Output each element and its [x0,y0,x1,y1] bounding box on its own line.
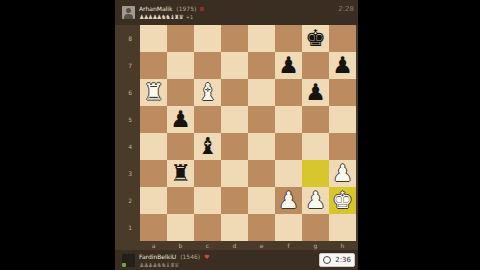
square-d1[interactable] [221,214,248,241]
square-e5[interactable] [248,106,275,133]
file-label-e: e [248,241,275,250]
file-label-h: h [329,241,356,250]
piece-black-P-h7[interactable]: ♟ [329,52,356,79]
square-f2[interactable]: ♟ [275,187,302,214]
rank-label-8: 8 [115,25,137,52]
board: ♚♟♟♜♝♟♟♝♜♟♟♟♚ [140,25,356,241]
file-label-c: c [194,241,221,250]
file-label-g: g [302,241,329,250]
square-a6[interactable]: ♜ [140,79,167,106]
square-f6[interactable] [275,79,302,106]
square-e4[interactable] [248,133,275,160]
top-player-avatar[interactable] [122,6,135,19]
material-advantage: +1 [186,14,193,20]
piece-black-P-f7[interactable]: ♟ [275,52,302,79]
square-g2[interactable]: ♟ [302,187,329,214]
square-b3[interactable]: ♜ [167,160,194,187]
square-h5[interactable] [329,106,356,133]
square-g5[interactable] [302,106,329,133]
file-label-b: b [167,241,194,250]
square-h2[interactable]: ♚ [329,187,356,214]
bottom-player-bar: FardinBelkiU (1546) ♥ ♟♟♟♟♞♞♝♜♛ 2:36 [115,250,358,270]
person-icon-body [124,14,133,19]
file-label-d: d [221,241,248,250]
square-f8[interactable] [275,25,302,52]
piece-white-P-f2[interactable]: ♟ [275,187,302,214]
square-h8[interactable] [329,25,356,52]
piece-white-R-a6[interactable]: ♜ [140,79,167,106]
square-c1[interactable] [194,214,221,241]
square-f1[interactable] [275,214,302,241]
top-player-name[interactable]: ArhanMalik [139,5,172,12]
phone-screen: ArhanMalik (1975) ♟♟♟♟♟♞♞♝♜♛ +1 2:28 876… [115,0,358,270]
square-b7[interactable] [167,52,194,79]
square-e2[interactable] [248,187,275,214]
piece-white-P-h3[interactable]: ♟ [329,160,356,187]
rank-label-4: 4 [115,133,137,160]
online-status-dot [122,263,126,267]
square-g8[interactable]: ♚ [302,25,329,52]
square-h6[interactable] [329,79,356,106]
file-label-a: a [140,241,167,250]
top-player-badge-icon [200,7,204,11]
square-e8[interactable] [248,25,275,52]
square-d5[interactable] [221,106,248,133]
piece-black-K-g8[interactable]: ♚ [302,25,329,52]
square-c3[interactable] [194,160,221,187]
bottom-player-name[interactable]: FardinBelkiU [139,253,176,260]
piece-black-B-c4[interactable]: ♝ [194,133,221,160]
square-d8[interactable] [221,25,248,52]
square-e6[interactable] [248,79,275,106]
piece-black-P-b5[interactable]: ♟ [167,106,194,133]
square-f5[interactable] [275,106,302,133]
square-a4[interactable] [140,133,167,160]
rank-label-1: 1 [115,214,137,241]
square-d3[interactable] [221,160,248,187]
square-e7[interactable] [248,52,275,79]
square-d4[interactable] [221,133,248,160]
square-f7[interactable]: ♟ [275,52,302,79]
square-a3[interactable] [140,160,167,187]
bottom-captured-pieces: ♟♟♟♟♞♞♝♜♛ [139,261,178,268]
person-icon [126,8,131,13]
rank-label-5: 5 [115,106,137,133]
top-player-info[interactable]: ArhanMalik (1975) ♟♟♟♟♟♞♞♝♜♛ +1 [139,5,204,21]
square-a5[interactable] [140,106,167,133]
top-player-clock: 2:28 [338,5,354,13]
bottom-player-avatar[interactable] [122,254,135,267]
square-b8[interactable] [167,25,194,52]
square-h4[interactable] [329,133,356,160]
square-c6[interactable]: ♝ [194,79,221,106]
square-f4[interactable] [275,133,302,160]
square-b1[interactable] [167,214,194,241]
clock-icon [323,256,331,264]
rank-label-3: 3 [115,160,137,187]
square-c8[interactable] [194,25,221,52]
square-c5[interactable] [194,106,221,133]
square-h1[interactable] [329,214,356,241]
square-g7[interactable] [302,52,329,79]
rank-label-2: 2 [115,187,137,214]
file-label-f: f [275,241,302,250]
square-d6[interactable] [221,79,248,106]
square-c4[interactable]: ♝ [194,133,221,160]
square-a8[interactable] [140,25,167,52]
square-f3[interactable] [275,160,302,187]
square-g6[interactable]: ♟ [302,79,329,106]
square-c7[interactable] [194,52,221,79]
square-g3[interactable] [302,160,329,187]
square-d7[interactable] [221,52,248,79]
square-a7[interactable] [140,52,167,79]
top-captured-pieces: ♟♟♟♟♟♞♞♝♜♛ [139,13,183,20]
square-e1[interactable] [248,214,275,241]
piece-black-P-g6[interactable]: ♟ [302,79,329,106]
square-b6[interactable] [167,79,194,106]
top-player-bar: ArhanMalik (1975) ♟♟♟♟♟♞♞♝♜♛ +1 2:28 [115,0,358,25]
piece-white-B-c6[interactable]: ♝ [194,79,221,106]
bottom-player-rating: (1546) [180,253,200,260]
square-b5[interactable]: ♟ [167,106,194,133]
square-c2[interactable] [194,187,221,214]
square-h3[interactable]: ♟ [329,160,356,187]
bottom-player-info[interactable]: FardinBelkiU (1546) ♥ ♟♟♟♟♞♞♝♜♛ [139,253,209,268]
file-coords: abcdefgh [140,241,356,250]
rank-coords: 87654321 [115,25,137,241]
piece-white-P-g2[interactable]: ♟ [302,187,329,214]
square-h7[interactable]: ♟ [329,52,356,79]
rank-label-7: 7 [115,52,137,79]
square-a1[interactable] [140,214,167,241]
top-player-rating: (1975) [176,5,196,12]
square-g1[interactable] [302,214,329,241]
square-b4[interactable] [167,133,194,160]
bottom-player-clock: 2:36 [319,253,355,267]
square-a2[interactable] [140,187,167,214]
square-b2[interactable] [167,187,194,214]
piece-white-K-h2[interactable]: ♚ [329,187,356,214]
square-g4[interactable] [302,133,329,160]
square-e3[interactable] [248,160,275,187]
square-d2[interactable] [221,187,248,214]
bottom-clock-time: 2:36 [331,256,351,264]
heart-icon: ♥ [204,253,209,260]
rank-label-6: 6 [115,79,137,106]
piece-black-R-b3[interactable]: ♜ [167,160,194,187]
